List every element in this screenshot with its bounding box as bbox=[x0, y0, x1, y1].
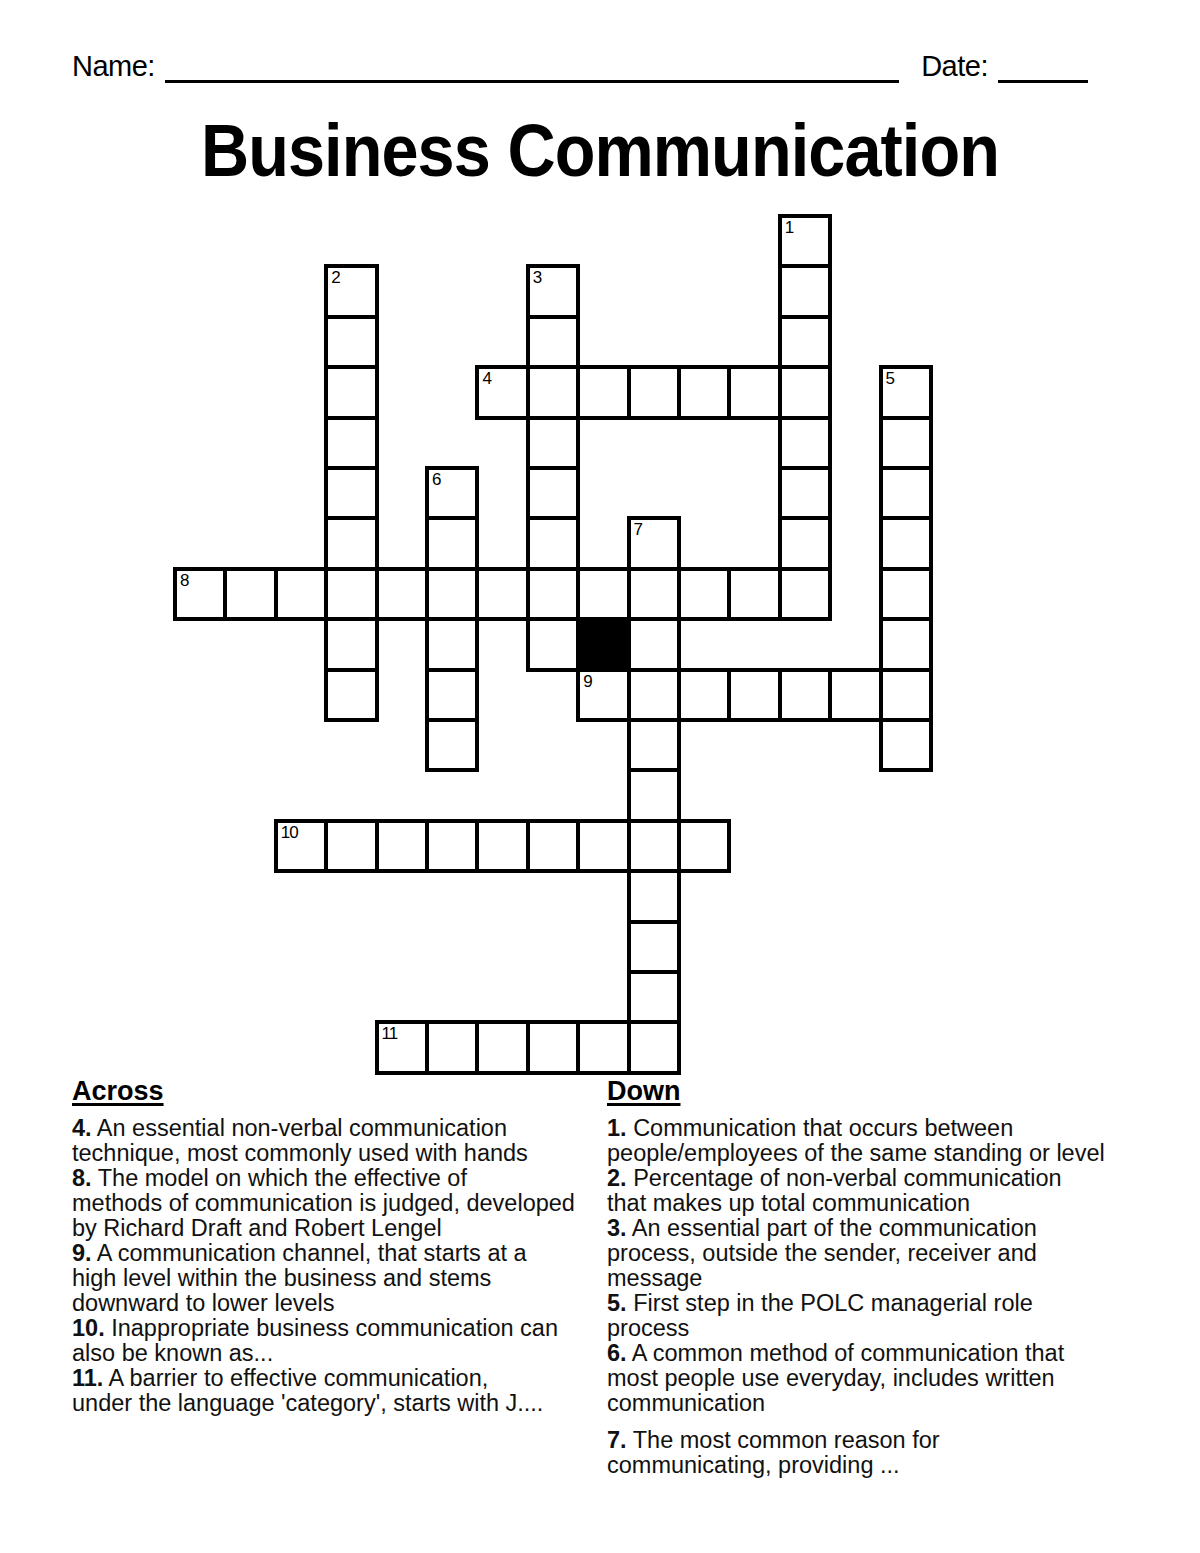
grid-cell-r14c9[interactable] bbox=[627, 920, 681, 974]
cell-number: 5 bbox=[886, 369, 894, 389]
grid-cell-r7c5[interactable] bbox=[425, 567, 479, 621]
grid-cell-r12c2[interactable]: 10 bbox=[274, 819, 328, 873]
grid-cell-r9c8[interactable]: 9 bbox=[576, 668, 630, 722]
grid-cell-r12c5[interactable] bbox=[425, 819, 479, 873]
clue-down-1: 1. Communication that occurs between peo… bbox=[607, 1116, 1152, 1166]
grid-cell-r7c14[interactable] bbox=[879, 567, 933, 621]
grid-cell-r7c12[interactable] bbox=[778, 567, 832, 621]
grid-cell-r1c12[interactable] bbox=[778, 264, 832, 318]
clue-down-6: 6. A common method of communication that… bbox=[607, 1341, 1152, 1416]
clue-text: A barrier to effective communication, un… bbox=[72, 1365, 543, 1416]
grid-cell-r8c3[interactable] bbox=[324, 617, 378, 671]
grid-cell-r8c5[interactable] bbox=[425, 617, 479, 671]
clue-number: 3. bbox=[607, 1215, 627, 1241]
grid-cell-r7c7[interactable] bbox=[526, 567, 580, 621]
grid-cell-r7c6[interactable] bbox=[475, 567, 529, 621]
clue-number: 9. bbox=[72, 1240, 92, 1266]
clue-number: 10. bbox=[72, 1315, 105, 1341]
grid-cell-r4c3[interactable] bbox=[324, 416, 378, 470]
grid-cell-r7c11[interactable] bbox=[727, 567, 781, 621]
grid-cell-r3c9[interactable] bbox=[627, 365, 681, 419]
grid-cell-r10c5[interactable] bbox=[425, 718, 479, 772]
grid-cell-r8c7[interactable] bbox=[526, 617, 580, 671]
grid-cell-r7c4[interactable] bbox=[375, 567, 429, 621]
cell-number: 1 bbox=[785, 218, 793, 238]
clue-text: An essential non-verbal communication te… bbox=[72, 1115, 528, 1166]
cell-number: 2 bbox=[331, 268, 339, 288]
cell-number: 3 bbox=[533, 268, 541, 288]
clue-across-9: 9. A communication channel, that starts … bbox=[72, 1241, 612, 1316]
clue-text: Communication that occurs between people… bbox=[607, 1115, 1105, 1166]
grid-cell-r16c8[interactable] bbox=[576, 1020, 630, 1074]
clue-across-8: 8. The model on which the effective of m… bbox=[72, 1166, 612, 1241]
clue-across-11: 11. A barrier to effective communication… bbox=[72, 1366, 612, 1416]
clue-down-7: 7. The most common reason for communicat… bbox=[607, 1428, 1152, 1478]
grid-cell-r9c11[interactable] bbox=[727, 668, 781, 722]
grid-cell-r5c5[interactable]: 6 bbox=[425, 466, 479, 520]
grid-cell-r3c3[interactable] bbox=[324, 365, 378, 419]
grid-cell-r6c9[interactable]: 7 bbox=[627, 516, 681, 570]
clue-down-3: 3. An essential part of the communicatio… bbox=[607, 1216, 1152, 1291]
grid-cell-r12c8[interactable] bbox=[576, 819, 630, 873]
grid-cell-r3c12[interactable] bbox=[778, 365, 832, 419]
grid-cell-r8c14[interactable] bbox=[879, 617, 933, 671]
grid-cell-r3c8[interactable] bbox=[576, 365, 630, 419]
grid-cell-r6c3[interactable] bbox=[324, 516, 378, 570]
cell-number: 10 bbox=[281, 823, 298, 843]
grid-cell-r16c9[interactable] bbox=[627, 1020, 681, 1074]
grid-cell-r5c3[interactable] bbox=[324, 466, 378, 520]
grid-cell-r12c9[interactable] bbox=[627, 819, 681, 873]
cell-number: 6 bbox=[432, 470, 440, 490]
clue-number: 6. bbox=[607, 1340, 627, 1366]
clue-down-5: 5. First step in the POLC managerial rol… bbox=[607, 1291, 1152, 1341]
grid-cell-r8c9[interactable] bbox=[627, 617, 681, 671]
grid-cell-r12c10[interactable] bbox=[677, 819, 731, 873]
clue-text: The most common reason for communicating… bbox=[607, 1427, 940, 1478]
grid-cell-r9c13[interactable] bbox=[828, 668, 882, 722]
clue-down-2: 2. Percentage of non-verbal communicatio… bbox=[607, 1166, 1152, 1216]
down-heading: Down bbox=[607, 1076, 1152, 1107]
cell-number: 9 bbox=[583, 672, 591, 692]
clue-across-10: 10. Inappropriate business communication… bbox=[72, 1316, 612, 1366]
grid-cell-r12c3[interactable] bbox=[324, 819, 378, 873]
grid-cell-r9c10[interactable] bbox=[677, 668, 731, 722]
grid-cell-r6c7[interactable] bbox=[526, 516, 580, 570]
cell-number: 11 bbox=[382, 1024, 398, 1044]
grid-cell-r12c7[interactable] bbox=[526, 819, 580, 873]
grid-cell-r6c12[interactable] bbox=[778, 516, 832, 570]
grid-cell-r16c6[interactable] bbox=[475, 1020, 529, 1074]
cell-number: 7 bbox=[634, 520, 642, 540]
across-clues-section: Across 4. An essential non-verbal commun… bbox=[72, 1076, 612, 1416]
clue-text: First step in the POLC managerial role p… bbox=[607, 1290, 1033, 1341]
grid-cell-r4c14[interactable] bbox=[879, 416, 933, 470]
grid-cell-r7c3[interactable] bbox=[324, 567, 378, 621]
grid-cell-r9c14[interactable] bbox=[879, 668, 933, 722]
grid-cell-r9c3[interactable] bbox=[324, 668, 378, 722]
grid-cell-r7c0[interactable]: 8 bbox=[173, 567, 227, 621]
grid-cell-r2c7[interactable] bbox=[526, 315, 580, 369]
grid-cell-r15c9[interactable] bbox=[627, 970, 681, 1024]
grid-cell-r7c1[interactable] bbox=[223, 567, 277, 621]
clue-number: 4. bbox=[72, 1115, 92, 1141]
clue-number: 5. bbox=[607, 1290, 627, 1316]
grid-cell-r9c9[interactable] bbox=[627, 668, 681, 722]
grid-cell-r11c9[interactable] bbox=[627, 768, 681, 822]
grid-cell-r3c14[interactable]: 5 bbox=[879, 365, 933, 419]
clue-number: 7. bbox=[607, 1427, 627, 1453]
clue-text: A common method of communication that mo… bbox=[607, 1340, 1064, 1416]
grid-cell-r7c8[interactable] bbox=[576, 567, 630, 621]
clue-text: The model on which the effective of meth… bbox=[72, 1165, 575, 1241]
grid-cell-r7c2[interactable] bbox=[274, 567, 328, 621]
grid-cell-r16c4[interactable]: 11 bbox=[375, 1020, 429, 1074]
grid-cell-r7c9[interactable] bbox=[627, 567, 681, 621]
grid-cell-r1c3[interactable]: 2 bbox=[324, 264, 378, 318]
grid-cell-r10c9[interactable] bbox=[627, 718, 681, 772]
grid-cell-r5c12[interactable] bbox=[778, 466, 832, 520]
grid-cell-r10c14[interactable] bbox=[879, 718, 933, 772]
black-cell bbox=[576, 617, 630, 671]
grid-cell-r3c11[interactable] bbox=[727, 365, 781, 419]
grid-cell-r6c5[interactable] bbox=[425, 516, 479, 570]
grid-cell-r16c7[interactable] bbox=[526, 1020, 580, 1074]
clue-across-4: 4. An essential non-verbal communication… bbox=[72, 1116, 612, 1166]
grid-cell-r0c12[interactable]: 1 bbox=[778, 214, 832, 268]
grid-cell-r2c12[interactable] bbox=[778, 315, 832, 369]
grid-cell-r9c12[interactable] bbox=[778, 668, 832, 722]
across-heading: Across bbox=[72, 1076, 612, 1107]
grid-cell-r1c7[interactable]: 3 bbox=[526, 264, 580, 318]
clue-text: An essential part of the communication p… bbox=[607, 1215, 1037, 1291]
grid-cell-r16c5[interactable] bbox=[425, 1020, 479, 1074]
grid-cell-r5c14[interactable] bbox=[879, 466, 933, 520]
clue-number: 8. bbox=[72, 1165, 92, 1191]
down-clues-section: Down 1. Communication that occurs betwee… bbox=[607, 1076, 1152, 1478]
clue-text: Inappropriate business communication can… bbox=[72, 1315, 558, 1366]
grid-cell-r3c6[interactable]: 4 bbox=[475, 365, 529, 419]
grid-cell-r4c12[interactable] bbox=[778, 416, 832, 470]
grid-cell-r13c9[interactable] bbox=[627, 869, 681, 923]
clue-number: 1. bbox=[607, 1115, 627, 1141]
grid-cell-r2c3[interactable] bbox=[324, 315, 378, 369]
grid-cell-r4c7[interactable] bbox=[526, 416, 580, 470]
grid-cell-r6c14[interactable] bbox=[879, 516, 933, 570]
cell-number: 4 bbox=[482, 369, 490, 389]
crossword-grid: 1234567891011 bbox=[0, 0, 1200, 1080]
grid-cell-r3c7[interactable] bbox=[526, 365, 580, 419]
grid-cell-r9c5[interactable] bbox=[425, 668, 479, 722]
grid-cell-r5c7[interactable] bbox=[526, 466, 580, 520]
clue-text: A communication channel, that starts at … bbox=[72, 1240, 527, 1316]
clue-number: 2. bbox=[607, 1165, 627, 1191]
grid-cell-r3c10[interactable] bbox=[677, 365, 731, 419]
clue-text: Percentage of non-verbal communication t… bbox=[607, 1165, 1062, 1216]
clue-number: 11. bbox=[72, 1365, 103, 1391]
grid-cell-r7c10[interactable] bbox=[677, 567, 731, 621]
grid-cell-r12c6[interactable] bbox=[475, 819, 529, 873]
grid-cell-r12c4[interactable] bbox=[375, 819, 429, 873]
cell-number: 8 bbox=[180, 571, 188, 591]
